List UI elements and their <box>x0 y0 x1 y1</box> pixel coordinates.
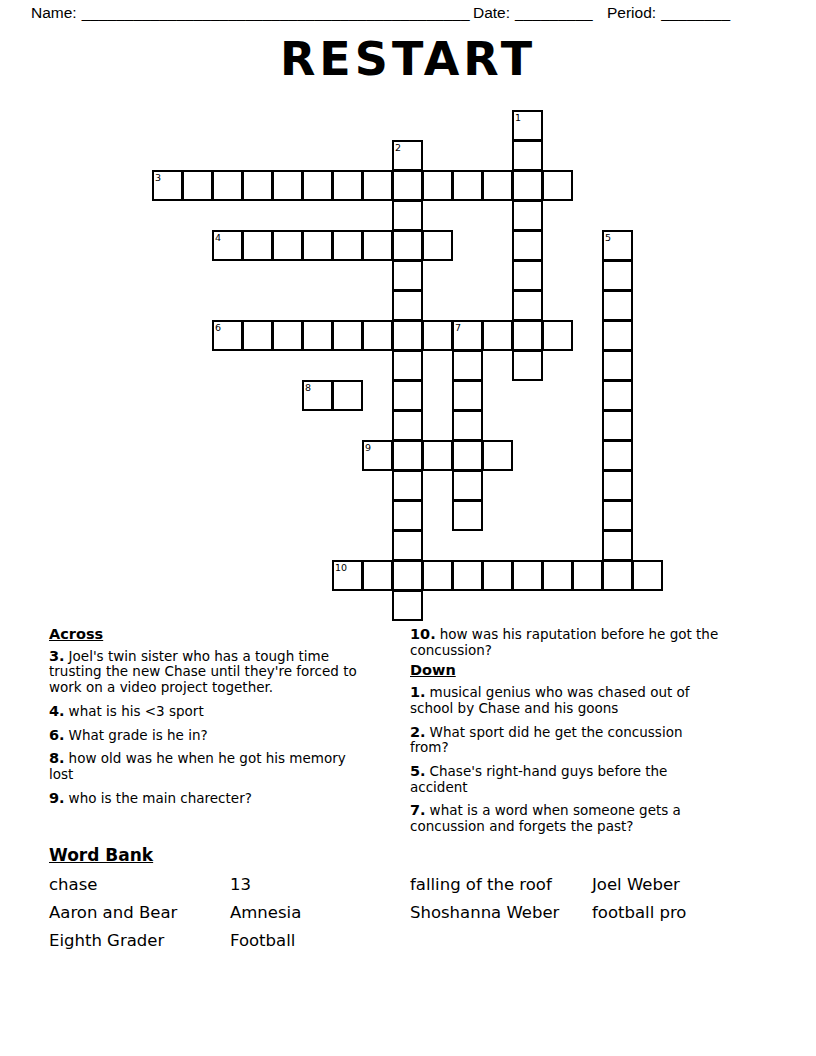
clue-across-6: 6.What grade is he in? <box>49 728 421 744</box>
grid-cell-r3c12[interactable] <box>512 200 543 231</box>
word-bank-item: Eighth Grader <box>49 932 230 950</box>
clue-number: 6. <box>49 727 65 743</box>
clue-text: what is his <3 sport <box>69 703 204 719</box>
cell-number-9: 9 <box>365 443 371 453</box>
cell-number-8: 8 <box>305 383 311 393</box>
grid-cell-r7c12[interactable] <box>512 320 543 351</box>
clue-down-5: 5.Chase's right-hand guys before the acc… <box>410 764 792 795</box>
grid-cell-r2c5[interactable] <box>302 170 333 201</box>
word-bank: Word Bank chase 13 falling of the roof J… <box>49 845 789 960</box>
grid-cell-r9c15[interactable] <box>602 380 633 411</box>
grid-cell-r10c10[interactable] <box>452 410 483 441</box>
grid-cell-r2c4[interactable] <box>272 170 303 201</box>
word-bank-row: Eighth Grader Football <box>49 932 789 950</box>
grid-cell-r13c8[interactable] <box>392 500 423 531</box>
grid-cell-r2c13[interactable] <box>542 170 573 201</box>
name-field: Name:___________________________________… <box>31 4 470 22</box>
clue-number: 3. <box>49 648 65 664</box>
grid-cell-r15c16[interactable] <box>632 560 663 591</box>
word-bank-item: Football <box>230 932 410 950</box>
grid-cell-r9c6[interactable] <box>332 380 363 411</box>
grid-cell-r8c12[interactable] <box>512 350 543 381</box>
clue-number: 9. <box>49 790 65 806</box>
grid-cell-r4c3[interactable] <box>242 230 273 261</box>
grid-cell-r5c8[interactable] <box>392 260 423 291</box>
grid-cell-r4c6[interactable] <box>332 230 363 261</box>
grid-cell-r6c8[interactable] <box>392 290 423 321</box>
grid-cell-r9c10[interactable] <box>452 380 483 411</box>
period-field: Period:________ <box>607 4 730 22</box>
clue-number: 8. <box>49 750 65 766</box>
grid-cell-r4c4[interactable] <box>272 230 303 261</box>
grid-cell-r14c8[interactable] <box>392 530 423 561</box>
grid-cell-r10c8[interactable] <box>392 410 423 441</box>
grid-cell-r15c13[interactable] <box>542 560 573 591</box>
down-header: Down <box>410 663 792 679</box>
clue-down-7: 7.what is a word when someone gets a con… <box>410 803 792 834</box>
word-bank-item: football pro <box>592 904 789 922</box>
date-label: Date: <box>473 4 510 21</box>
grid-cell-r2c7[interactable] <box>362 170 393 201</box>
clue-text: how was his raputation before he got the… <box>410 626 718 658</box>
grid-cell-r15c7[interactable] <box>362 560 393 591</box>
grid-cell-r4c12[interactable] <box>512 230 543 261</box>
grid-cell-r15c11[interactable] <box>482 560 513 591</box>
name-label: Name: <box>31 4 77 21</box>
grid-cell-r7c4[interactable] <box>272 320 303 351</box>
clue-text: how old was he when he got his memory lo… <box>49 750 346 782</box>
word-bank-item: falling of the roof <box>410 876 592 894</box>
grid-cell-r5c15[interactable] <box>602 260 633 291</box>
grid-cell-r1c12[interactable] <box>512 140 543 171</box>
name-blank-line[interactable]: ________________________________________… <box>82 4 470 21</box>
clue-across-10: 10.how was his raputation before he got … <box>410 627 792 658</box>
grid-cell-r15c10[interactable] <box>452 560 483 591</box>
clue-number: 1. <box>410 684 426 700</box>
cell-number-1: 1 <box>515 113 521 123</box>
grid-cell-r11c15[interactable] <box>602 440 633 471</box>
crossword-grid: 12345678910 <box>152 110 664 622</box>
grid-cell-r13c15[interactable] <box>602 500 633 531</box>
cell-number-4: 4 <box>215 233 221 243</box>
period-label: Period: <box>607 4 656 21</box>
word-bank-item: Shoshanna Weber <box>410 904 592 922</box>
date-blank-line[interactable]: _________ <box>515 4 593 21</box>
grid-cell-r4c7[interactable] <box>362 230 393 261</box>
puzzle-title: RESTART <box>0 33 816 86</box>
down-clues-column: 10.how was his raputation before he got … <box>410 627 792 843</box>
word-bank-item: Amnesia <box>230 904 410 922</box>
clue-text: who is the main charecter? <box>69 790 252 806</box>
grid-cell-r2c10[interactable] <box>452 170 483 201</box>
grid-cell-r5c12[interactable] <box>512 260 543 291</box>
clue-number: 7. <box>410 802 426 818</box>
word-bank-row: chase 13 falling of the roof Joel Weber <box>49 876 789 894</box>
clue-text: Chase's right-hand guys before the accid… <box>410 763 667 795</box>
across-header: Across <box>49 627 421 643</box>
clue-across-4: 4.what is his <3 sport <box>49 704 421 720</box>
grid-cell-r6c15[interactable] <box>602 290 633 321</box>
grid-cell-r12c15[interactable] <box>602 470 633 501</box>
word-bank-item: Aaron and Bear <box>49 904 230 922</box>
grid-cell-r11c10[interactable] <box>452 440 483 471</box>
grid-cell-r2c8[interactable] <box>392 170 423 201</box>
clue-number: 10. <box>410 626 436 642</box>
grid-cell-r7c7[interactable] <box>362 320 393 351</box>
grid-cell-r15c14[interactable] <box>572 560 603 591</box>
word-bank-item <box>592 932 789 950</box>
cell-number-2: 2 <box>395 143 401 153</box>
grid-cell-r8c10[interactable] <box>452 350 483 381</box>
grid-cell-r14c15[interactable] <box>602 530 633 561</box>
clue-across-8: 8.how old was he when he got his memory … <box>49 751 421 782</box>
grid-cell-r2c9[interactable] <box>422 170 453 201</box>
grid-cell-r4c8[interactable] <box>392 230 423 261</box>
grid-cell-r2c6[interactable] <box>332 170 363 201</box>
grid-cell-r15c15[interactable] <box>602 560 633 591</box>
grid-cell-r11c11[interactable] <box>482 440 513 471</box>
grid-cell-r2c11[interactable] <box>482 170 513 201</box>
grid-cell-r6c12[interactable] <box>512 290 543 321</box>
period-blank-line[interactable]: ________ <box>661 4 730 21</box>
grid-cell-r2c1[interactable] <box>182 170 213 201</box>
word-bank-item <box>410 932 592 950</box>
word-bank-item: chase <box>49 876 230 894</box>
date-field: Date:_________ <box>473 4 593 22</box>
cell-number-3: 3 <box>155 173 161 183</box>
clue-number: 2. <box>410 724 426 740</box>
grid-cell-r7c5[interactable] <box>302 320 333 351</box>
clue-down-2: 2.What sport did he get the concussion f… <box>410 725 792 756</box>
grid-cell-r4c9[interactable] <box>422 230 453 261</box>
grid-cell-r7c11[interactable] <box>482 320 513 351</box>
cell-number-7: 7 <box>455 323 461 333</box>
grid-cell-r13c10[interactable] <box>452 500 483 531</box>
clue-text: musical genius who was chased out of sch… <box>410 684 690 716</box>
word-bank-item: 13 <box>230 876 410 894</box>
grid-cell-r15c9[interactable] <box>422 560 453 591</box>
clue-text: What grade is he in? <box>69 727 208 743</box>
grid-cell-r7c8[interactable] <box>392 320 423 351</box>
word-bank-header: Word Bank <box>49 845 789 865</box>
grid-cell-r16c8[interactable] <box>392 590 423 621</box>
clue-text: What sport did he get the concussion fro… <box>410 724 682 756</box>
clue-number: 4. <box>49 703 65 719</box>
grid-cell-r7c15[interactable] <box>602 320 633 351</box>
grid-cell-r7c3[interactable] <box>242 320 273 351</box>
grid-cell-r8c8[interactable] <box>392 350 423 381</box>
grid-cell-r2c2[interactable] <box>212 170 243 201</box>
grid-cell-r2c12[interactable] <box>512 170 543 201</box>
clue-number: 5. <box>410 763 426 779</box>
grid-cell-r12c8[interactable] <box>392 470 423 501</box>
word-bank-row: Aaron and Bear Amnesia Shoshanna Weber f… <box>49 904 789 922</box>
grid-cell-r4c5[interactable] <box>302 230 333 261</box>
cell-number-10: 10 <box>335 563 347 573</box>
grid-cell-r9c8[interactable] <box>392 380 423 411</box>
grid-cell-r15c8[interactable] <box>392 560 423 591</box>
cell-number-6: 6 <box>215 323 221 333</box>
word-bank-item: Joel Weber <box>592 876 789 894</box>
grid-cell-r7c9[interactable] <box>422 320 453 351</box>
grid-cell-r12c10[interactable] <box>452 470 483 501</box>
grid-cell-r11c8[interactable] <box>392 440 423 471</box>
across-clues-column: Across 3.Joel's twin sister who has a to… <box>49 627 421 814</box>
clue-text: Joel's twin sister who has a tough time … <box>49 648 357 695</box>
grid-cell-r2c3[interactable] <box>242 170 273 201</box>
clue-text: what is a word when someone gets a concu… <box>410 802 681 834</box>
grid-cell-r7c13[interactable] <box>542 320 573 351</box>
grid-cell-r3c8[interactable] <box>392 200 423 231</box>
grid-cell-r15c12[interactable] <box>512 560 543 591</box>
grid-cell-r11c9[interactable] <box>422 440 453 471</box>
grid-cell-r8c15[interactable] <box>602 350 633 381</box>
grid-cell-r7c6[interactable] <box>332 320 363 351</box>
cell-number-5: 5 <box>605 233 611 243</box>
clue-across-9: 9.who is the main charecter? <box>49 791 421 807</box>
clue-across-3: 3.Joel's twin sister who has a tough tim… <box>49 649 421 696</box>
grid-cell-r10c15[interactable] <box>602 410 633 441</box>
clue-down-1: 1.musical genius who was chased out of s… <box>410 685 792 716</box>
